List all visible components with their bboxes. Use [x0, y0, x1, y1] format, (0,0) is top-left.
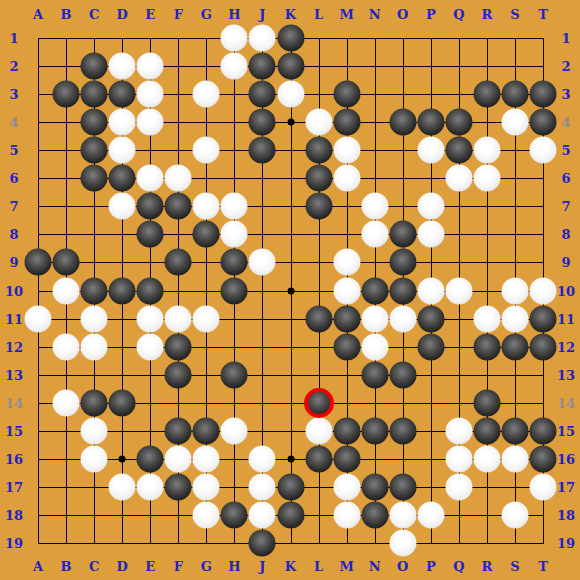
white-stone-B12 [53, 333, 80, 360]
black-stone-D14 [109, 389, 136, 416]
row-label-left: 17 [5, 480, 23, 493]
black-stone-R14 [473, 389, 500, 416]
black-stone-S12 [501, 333, 528, 360]
black-stone-J3 [249, 81, 276, 108]
black-stone-O15 [389, 417, 416, 444]
column-label-bottom: P [426, 560, 436, 573]
white-stone-H15 [221, 417, 248, 444]
row-label-right: 17 [557, 480, 575, 493]
black-stone-M15 [333, 417, 360, 444]
black-stone-J2 [249, 53, 276, 80]
black-stone-O9 [389, 249, 416, 276]
row-label-left: 15 [5, 424, 23, 437]
column-label-bottom: Q [453, 560, 464, 573]
column-label-top: E [145, 8, 155, 21]
row-label-left: 14 [5, 396, 23, 409]
column-label-bottom: H [228, 560, 240, 573]
white-stone-D5 [109, 137, 136, 164]
white-stone-M9 [333, 249, 360, 276]
column-label-bottom: E [145, 560, 155, 573]
black-stone-K18 [277, 501, 304, 528]
white-stone-O19 [389, 530, 416, 557]
white-stone-T5 [530, 137, 557, 164]
black-stone-M4 [333, 109, 360, 136]
black-stone-P11 [417, 305, 444, 332]
black-stone-T15 [530, 417, 557, 444]
black-stone-C3 [81, 81, 108, 108]
row-label-right: 1 [561, 32, 570, 45]
row-label-left: 19 [5, 537, 23, 550]
black-stone-L5 [305, 137, 332, 164]
black-stone-E16 [137, 445, 164, 472]
black-stone-S15 [501, 417, 528, 444]
row-label-right: 16 [557, 452, 575, 465]
white-stone-F6 [165, 165, 192, 192]
white-stone-E11 [137, 305, 164, 332]
white-stone-G7 [193, 193, 220, 220]
column-label-top: H [228, 8, 240, 21]
white-stone-Q17 [445, 473, 472, 500]
white-stone-Q16 [445, 445, 472, 472]
white-stone-Q10 [445, 277, 472, 304]
column-label-bottom: R [481, 560, 492, 573]
white-stone-C12 [81, 333, 108, 360]
row-label-left: 8 [9, 228, 18, 241]
white-stone-S18 [501, 501, 528, 528]
black-stone-H10 [221, 277, 248, 304]
row-label-left: 3 [9, 88, 18, 101]
column-label-top: J [259, 8, 265, 21]
column-label-top: C [89, 8, 99, 21]
white-stone-D17 [109, 473, 136, 500]
row-label-right: 15 [557, 424, 575, 437]
column-label-bottom: K [285, 560, 296, 573]
row-label-left: 13 [5, 368, 23, 381]
column-label-top: S [510, 8, 519, 21]
white-stone-D2 [109, 53, 136, 80]
row-label-left: 10 [5, 284, 23, 297]
white-stone-E12 [137, 333, 164, 360]
white-stone-H2 [221, 53, 248, 80]
column-label-top: F [174, 8, 183, 21]
black-stone-O10 [389, 277, 416, 304]
grid-line-horizontal [38, 319, 544, 320]
column-label-top: K [285, 8, 296, 21]
black-stone-L7 [305, 193, 332, 220]
black-stone-P12 [417, 333, 444, 360]
black-stone-K2 [277, 53, 304, 80]
black-stone-C4 [81, 109, 108, 136]
white-stone-Q6 [445, 165, 472, 192]
row-label-left: 4 [9, 116, 18, 129]
star-point [287, 455, 294, 462]
black-stone-R12 [473, 333, 500, 360]
black-stone-C2 [81, 53, 108, 80]
black-stone-F13 [165, 361, 192, 388]
black-stone-M16 [333, 445, 360, 472]
black-stone-L6 [305, 165, 332, 192]
black-stone-D3 [109, 81, 136, 108]
column-label-top: A [33, 8, 43, 21]
black-stone-O13 [389, 361, 416, 388]
row-label-left: 18 [5, 508, 23, 521]
row-label-right: 4 [561, 116, 570, 129]
row-label-right: 6 [561, 172, 570, 185]
black-stone-B3 [53, 81, 80, 108]
column-label-top: M [339, 8, 353, 21]
black-stone-K1 [277, 25, 304, 52]
white-stone-E6 [137, 165, 164, 192]
black-stone-Q5 [445, 137, 472, 164]
row-label-left: 11 [5, 312, 23, 325]
grid-line-horizontal [38, 347, 544, 348]
column-label-top: P [426, 8, 436, 21]
white-stone-C11 [81, 305, 108, 332]
white-stone-F11 [165, 305, 192, 332]
white-stone-J16 [249, 445, 276, 472]
black-stone-D6 [109, 165, 136, 192]
white-stone-H7 [221, 193, 248, 220]
column-label-bottom: M [339, 560, 353, 573]
column-label-bottom: O [397, 560, 408, 573]
white-stone-N12 [361, 333, 388, 360]
white-stone-S11 [501, 305, 528, 332]
column-label-top: L [314, 8, 323, 21]
white-stone-O11 [389, 305, 416, 332]
last-move-marker [304, 388, 334, 418]
row-label-right: 18 [557, 508, 575, 521]
column-label-bottom: B [61, 560, 72, 573]
white-stone-B10 [53, 277, 80, 304]
black-stone-E10 [137, 277, 164, 304]
white-stone-T10 [530, 277, 557, 304]
column-label-top: Q [453, 8, 464, 21]
white-stone-M5 [333, 137, 360, 164]
row-label-right: 7 [561, 200, 570, 213]
black-stone-N10 [361, 277, 388, 304]
white-stone-A11 [25, 305, 52, 332]
black-stone-H13 [221, 361, 248, 388]
black-stone-O17 [389, 473, 416, 500]
white-stone-G3 [193, 81, 220, 108]
row-label-left: 2 [9, 60, 18, 73]
white-stone-J17 [249, 473, 276, 500]
star-point [287, 119, 294, 126]
black-stone-J4 [249, 109, 276, 136]
black-stone-F17 [165, 473, 192, 500]
white-stone-K3 [277, 81, 304, 108]
white-stone-F16 [165, 445, 192, 472]
black-stone-F7 [165, 193, 192, 220]
black-stone-M11 [333, 305, 360, 332]
black-stone-F15 [165, 417, 192, 444]
white-stone-S16 [501, 445, 528, 472]
white-stone-R16 [473, 445, 500, 472]
black-stone-R15 [473, 417, 500, 444]
black-stone-M12 [333, 333, 360, 360]
row-label-left: 7 [9, 200, 18, 213]
white-stone-S4 [501, 109, 528, 136]
white-stone-O18 [389, 501, 416, 528]
black-stone-G8 [193, 221, 220, 248]
white-stone-E2 [137, 53, 164, 80]
row-label-right: 12 [557, 340, 575, 353]
white-stone-P8 [417, 221, 444, 248]
column-label-top: N [369, 8, 381, 21]
white-stone-P7 [417, 193, 444, 220]
black-stone-T11 [530, 305, 557, 332]
column-label-top: G [201, 8, 212, 21]
white-stone-H8 [221, 221, 248, 248]
go-board[interactable]: AABBCCDDEEFFGGHHJJKKLLMMNNOOPPQQRRSSTT11… [0, 0, 580, 580]
row-label-right: 9 [561, 256, 570, 269]
row-label-left: 1 [9, 32, 18, 45]
black-stone-O8 [389, 221, 416, 248]
row-label-right: 11 [557, 312, 575, 325]
row-label-left: 9 [9, 256, 18, 269]
black-stone-K17 [277, 473, 304, 500]
white-stone-B14 [53, 389, 80, 416]
black-stone-H9 [221, 249, 248, 276]
white-stone-G17 [193, 473, 220, 500]
black-stone-T16 [530, 445, 557, 472]
black-stone-S3 [501, 81, 528, 108]
black-stone-J5 [249, 137, 276, 164]
white-stone-H1 [221, 25, 248, 52]
black-stone-E8 [137, 221, 164, 248]
black-stone-C6 [81, 165, 108, 192]
white-stone-Q15 [445, 417, 472, 444]
white-stone-L4 [305, 109, 332, 136]
black-stone-E7 [137, 193, 164, 220]
row-label-right: 14 [557, 396, 575, 409]
column-label-top: T [538, 8, 548, 21]
white-stone-C16 [81, 445, 108, 472]
star-point [287, 287, 294, 294]
white-stone-R6 [473, 165, 500, 192]
black-stone-B9 [53, 249, 80, 276]
black-stone-C10 [81, 277, 108, 304]
white-stone-G5 [193, 137, 220, 164]
black-stone-M3 [333, 81, 360, 108]
black-stone-C5 [81, 137, 108, 164]
black-stone-Q4 [445, 109, 472, 136]
white-stone-P10 [417, 277, 444, 304]
white-stone-N8 [361, 221, 388, 248]
white-stone-N7 [361, 193, 388, 220]
row-label-left: 16 [5, 452, 23, 465]
row-label-right: 2 [561, 60, 570, 73]
white-stone-G16 [193, 445, 220, 472]
black-stone-D10 [109, 277, 136, 304]
white-stone-T17 [530, 473, 557, 500]
row-label-right: 13 [557, 368, 575, 381]
column-label-bottom: F [174, 560, 183, 573]
black-stone-P4 [417, 109, 444, 136]
black-stone-C14 [81, 389, 108, 416]
white-stone-S10 [501, 277, 528, 304]
white-stone-P5 [417, 137, 444, 164]
column-label-bottom: G [201, 560, 212, 573]
row-label-right: 8 [561, 228, 570, 241]
white-stone-M17 [333, 473, 360, 500]
row-label-left: 5 [9, 144, 18, 157]
white-stone-E3 [137, 81, 164, 108]
white-stone-C15 [81, 417, 108, 444]
white-stone-M18 [333, 501, 360, 528]
white-stone-R11 [473, 305, 500, 332]
white-stone-N11 [361, 305, 388, 332]
column-label-bottom: S [510, 560, 519, 573]
black-stone-T12 [530, 333, 557, 360]
black-stone-N13 [361, 361, 388, 388]
grid-line-horizontal [38, 543, 544, 544]
white-stone-E17 [137, 473, 164, 500]
black-stone-N15 [361, 417, 388, 444]
white-stone-D7 [109, 193, 136, 220]
black-stone-L16 [305, 445, 332, 472]
column-label-bottom: N [369, 560, 381, 573]
black-stone-G15 [193, 417, 220, 444]
black-stone-H18 [221, 501, 248, 528]
black-stone-F12 [165, 333, 192, 360]
grid-line-horizontal [38, 375, 544, 376]
black-stone-N17 [361, 473, 388, 500]
white-stone-E4 [137, 109, 164, 136]
black-stone-R3 [473, 81, 500, 108]
black-stone-O4 [389, 109, 416, 136]
white-stone-M10 [333, 277, 360, 304]
column-label-top: O [397, 8, 408, 21]
white-stone-M6 [333, 165, 360, 192]
column-label-top: B [61, 8, 72, 21]
column-label-bottom: J [259, 560, 265, 573]
white-stone-L15 [305, 417, 332, 444]
row-label-left: 12 [5, 340, 23, 353]
black-stone-A9 [25, 249, 52, 276]
row-label-left: 6 [9, 172, 18, 185]
column-label-bottom: L [314, 560, 323, 573]
row-label-right: 3 [561, 88, 570, 101]
white-stone-P18 [417, 501, 444, 528]
column-label-top: R [481, 8, 492, 21]
white-stone-G11 [193, 305, 220, 332]
white-stone-J18 [249, 501, 276, 528]
black-stone-L11 [305, 305, 332, 332]
black-stone-J19 [249, 530, 276, 557]
white-stone-G18 [193, 501, 220, 528]
white-stone-R5 [473, 137, 500, 164]
column-label-top: D [117, 8, 128, 21]
white-stone-D4 [109, 109, 136, 136]
black-stone-F9 [165, 249, 192, 276]
column-label-bottom: A [33, 560, 43, 573]
row-label-right: 10 [557, 284, 575, 297]
black-stone-N18 [361, 501, 388, 528]
black-stone-T4 [530, 109, 557, 136]
row-label-right: 5 [561, 144, 570, 157]
black-stone-T3 [530, 81, 557, 108]
column-label-bottom: C [89, 560, 99, 573]
star-point [119, 455, 126, 462]
column-label-bottom: T [538, 560, 548, 573]
row-label-right: 19 [557, 537, 575, 550]
column-label-bottom: D [117, 560, 128, 573]
white-stone-J1 [249, 25, 276, 52]
white-stone-J9 [249, 249, 276, 276]
